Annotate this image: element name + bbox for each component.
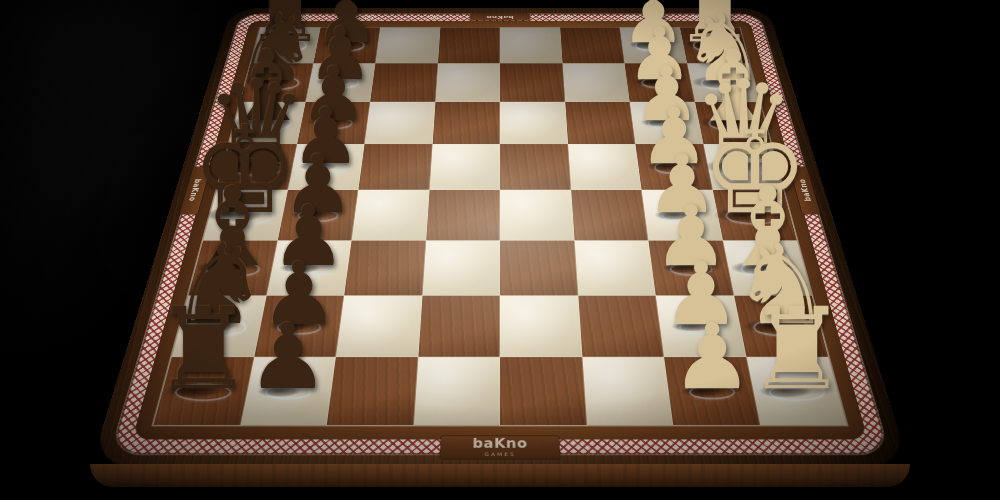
board-base xyxy=(0,0,1000,500)
piece-white-rook[interactable]: ♜ xyxy=(746,293,847,406)
piece-black-rook[interactable]: ♜ xyxy=(153,293,254,406)
piece-black-pawn[interactable]: ♟ xyxy=(247,312,328,403)
chess-scene: baKno GAMES baKno baKno baKno ♜♞♝♛♚♝♞♜♟♟… xyxy=(0,0,1000,500)
board-front-edge xyxy=(90,464,910,487)
piece-white-pawn[interactable]: ♟ xyxy=(671,312,752,403)
